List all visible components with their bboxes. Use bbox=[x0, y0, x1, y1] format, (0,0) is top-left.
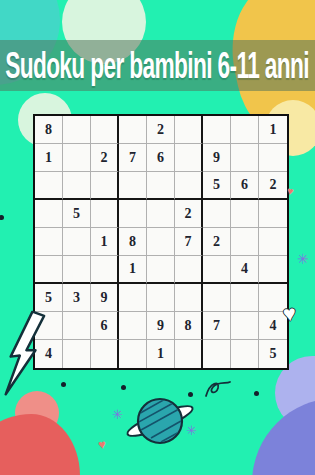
dot-decor bbox=[0, 215, 4, 220]
sudoku-cell-r3c4 bbox=[119, 172, 147, 200]
sudoku-cell-r6c1 bbox=[35, 256, 63, 284]
dot-decor bbox=[61, 382, 66, 387]
sudoku-cell-r3c7: 5 bbox=[203, 172, 231, 200]
sudoku-cell-r5c4: 8 bbox=[119, 228, 147, 256]
sudoku-cell-r1c2 bbox=[63, 116, 91, 144]
sudoku-cell-r3c5 bbox=[147, 172, 175, 200]
sudoku-cell-r9c6 bbox=[175, 340, 203, 368]
sudoku-cell-r1c8 bbox=[231, 116, 259, 144]
sparkle-icon: ✳ bbox=[186, 424, 197, 437]
sudoku-cell-r2c5: 6 bbox=[147, 144, 175, 172]
sudoku-cell-r8c7: 7 bbox=[203, 312, 231, 340]
sudoku-cell-r3c6 bbox=[175, 172, 203, 200]
sudoku-cell-r9c4 bbox=[119, 340, 147, 368]
sudoku-cell-r3c3 bbox=[91, 172, 119, 200]
sudoku-cell-r8c4 bbox=[119, 312, 147, 340]
sudoku-cell-r7c2: 3 bbox=[63, 284, 91, 312]
sudoku-cell-r8c5: 9 bbox=[147, 312, 175, 340]
sudoku-cell-r4c1 bbox=[35, 200, 63, 228]
sudoku-cell-r5c6: 7 bbox=[175, 228, 203, 256]
sudoku-cell-r7c3: 9 bbox=[91, 284, 119, 312]
sudoku-cell-r9c9: 5 bbox=[259, 340, 287, 368]
sudoku-cell-r5c2 bbox=[63, 228, 91, 256]
sudoku-cell-r2c8 bbox=[231, 144, 259, 172]
sudoku-cell-r9c3 bbox=[91, 340, 119, 368]
sudoku-cell-r3c1 bbox=[35, 172, 63, 200]
sudoku-cell-r1c3 bbox=[91, 116, 119, 144]
sudoku-cell-r3c8: 6 bbox=[231, 172, 259, 200]
sudoku-cell-r5c7: 2 bbox=[203, 228, 231, 256]
sudoku-cell-r2c9 bbox=[259, 144, 287, 172]
sudoku-cell-r4c6: 2 bbox=[175, 200, 203, 228]
sudoku-cell-r4c4 bbox=[119, 200, 147, 228]
sudoku-cell-r6c2 bbox=[63, 256, 91, 284]
sudoku-cell-r4c3 bbox=[91, 200, 119, 228]
sudoku-cell-r4c7 bbox=[203, 200, 231, 228]
sudoku-cell-r7c6 bbox=[175, 284, 203, 312]
sudoku-cell-r7c5 bbox=[147, 284, 175, 312]
cover-title: Sudoku per bambini 6-11 anni bbox=[6, 48, 310, 84]
sudoku-grid: 821127695625218721453969874415 bbox=[33, 114, 289, 370]
sudoku-cell-r9c2 bbox=[63, 340, 91, 368]
dot-decor bbox=[254, 391, 259, 396]
sudoku-cell-r9c5: 1 bbox=[147, 340, 175, 368]
sudoku-cell-r2c2 bbox=[63, 144, 91, 172]
sudoku-cell-r2c7: 9 bbox=[203, 144, 231, 172]
sudoku-cell-r9c8 bbox=[231, 340, 259, 368]
sudoku-cell-r6c9 bbox=[259, 256, 287, 284]
book-cover: Sudoku per bambini 6-11 anni 82112769562… bbox=[0, 0, 315, 475]
sudoku-cell-r6c5 bbox=[147, 256, 175, 284]
white-heart-icon: ♥ bbox=[282, 302, 297, 325]
sudoku-cell-r1c9: 1 bbox=[259, 116, 287, 144]
sudoku-cell-r1c1: 8 bbox=[35, 116, 63, 144]
sudoku-cell-r2c1: 1 bbox=[35, 144, 63, 172]
sudoku-cell-r3c9: 2 bbox=[259, 172, 287, 200]
sudoku-cell-r9c7 bbox=[203, 340, 231, 368]
squiggle-icon bbox=[204, 380, 232, 400]
sparkle-icon: ✳ bbox=[297, 252, 309, 266]
sudoku-cell-r2c4: 7 bbox=[119, 144, 147, 172]
sudoku-cell-r6c4: 1 bbox=[119, 256, 147, 284]
sudoku-cell-r1c6 bbox=[175, 116, 203, 144]
sudoku-cell-r1c4 bbox=[119, 116, 147, 144]
heart-icon: ♥ bbox=[286, 185, 295, 197]
sudoku-cell-r2c3: 2 bbox=[91, 144, 119, 172]
dot-decor bbox=[121, 385, 126, 390]
sudoku-cell-r8c2 bbox=[63, 312, 91, 340]
sudoku-cell-r7c4 bbox=[119, 284, 147, 312]
sudoku-cell-r8c3: 6 bbox=[91, 312, 119, 340]
sudoku-cell-r7c7 bbox=[203, 284, 231, 312]
title-banner: Sudoku per bambini 6-11 anni bbox=[0, 40, 315, 91]
sudoku-cell-r7c1: 5 bbox=[35, 284, 63, 312]
sparkle-icon: ✳ bbox=[112, 408, 123, 421]
sudoku-cell-r3c2 bbox=[63, 172, 91, 200]
sudoku-cell-r1c7 bbox=[203, 116, 231, 144]
sudoku-cell-r6c8: 4 bbox=[231, 256, 259, 284]
sudoku-board: 821127695625218721453969874415 bbox=[33, 114, 289, 370]
sudoku-cell-r4c2: 5 bbox=[63, 200, 91, 228]
sudoku-cell-r4c5 bbox=[147, 200, 175, 228]
sudoku-cell-r7c8 bbox=[231, 284, 259, 312]
sudoku-cell-r4c9 bbox=[259, 200, 287, 228]
sudoku-cell-r5c9 bbox=[259, 228, 287, 256]
red-blob-decor bbox=[0, 414, 80, 475]
sudoku-cell-r1c5: 2 bbox=[147, 116, 175, 144]
sudoku-cell-r4c8 bbox=[231, 200, 259, 228]
planet-icon bbox=[123, 390, 197, 452]
dot-decor bbox=[188, 392, 193, 397]
sudoku-cell-r6c3 bbox=[91, 256, 119, 284]
sudoku-cell-r6c7 bbox=[203, 256, 231, 284]
heart-icon: ♥ bbox=[97, 438, 106, 452]
sudoku-cell-r6c6 bbox=[175, 256, 203, 284]
sudoku-cell-r8c6: 8 bbox=[175, 312, 203, 340]
sudoku-cell-r8c8 bbox=[231, 312, 259, 340]
sudoku-cell-r5c5 bbox=[147, 228, 175, 256]
sudoku-cell-r5c1 bbox=[35, 228, 63, 256]
sudoku-cell-r5c8 bbox=[231, 228, 259, 256]
sudoku-cell-r2c6 bbox=[175, 144, 203, 172]
lightning-bolt-icon bbox=[0, 308, 50, 400]
sudoku-cell-r5c3: 1 bbox=[91, 228, 119, 256]
